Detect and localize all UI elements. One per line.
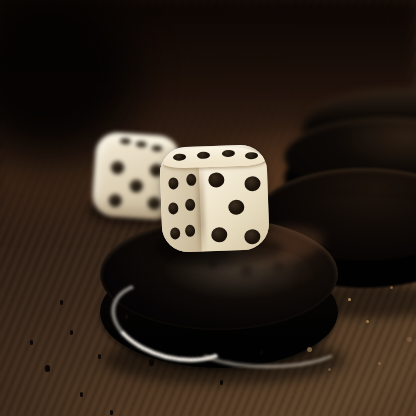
- pip: [244, 229, 261, 245]
- pip: [169, 177, 179, 189]
- pip: [136, 141, 147, 148]
- pip: [109, 194, 123, 208]
- pip: [244, 176, 261, 192]
- pip: [120, 138, 131, 145]
- pip: [111, 161, 125, 175]
- pip: [186, 173, 196, 185]
- pip: [168, 202, 178, 214]
- pip: [185, 224, 195, 236]
- pip: [173, 153, 186, 160]
- pip: [129, 179, 143, 193]
- front-die-top-face: [163, 145, 264, 168]
- pip: [208, 173, 225, 189]
- pip: [245, 152, 258, 159]
- water-droplets: [348, 298, 351, 301]
- pip: [228, 199, 245, 215]
- front-die: [159, 144, 270, 253]
- pip: [211, 228, 228, 244]
- pip: [152, 145, 163, 152]
- rim-highlight-lower: [192, 320, 344, 368]
- pip: [170, 227, 180, 239]
- backgammon-photo-scene: [0, 0, 416, 416]
- front-die-right-face: [198, 163, 269, 251]
- pip: [221, 150, 234, 157]
- wood-pits: [70, 330, 73, 335]
- pip: [197, 151, 210, 158]
- pip: [147, 197, 161, 211]
- pip: [185, 199, 195, 211]
